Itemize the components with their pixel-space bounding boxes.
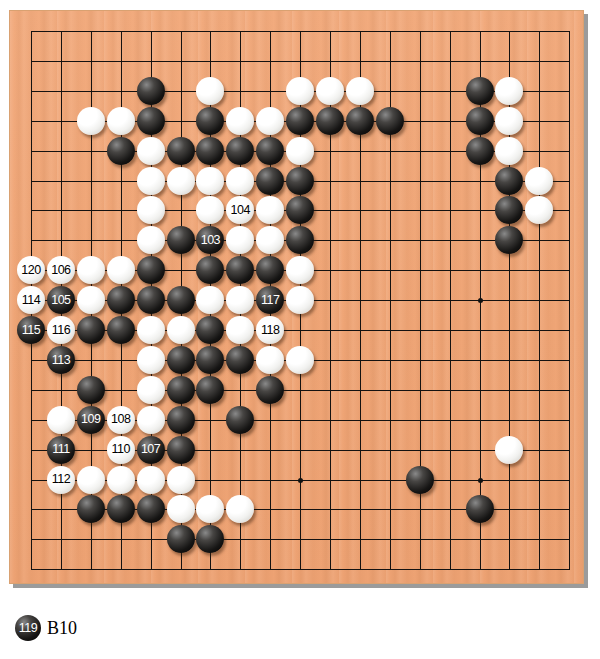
black-stone: 105 — [47, 286, 75, 314]
white-stone — [226, 495, 254, 523]
black-stone — [286, 196, 314, 224]
white-stone — [77, 107, 105, 135]
black-stone — [256, 256, 284, 284]
page: 1041031201061141051171151161181131091081… — [0, 0, 600, 659]
white-stone — [137, 466, 165, 494]
black-stone — [226, 137, 254, 165]
black-stone — [167, 525, 195, 553]
white-stone — [77, 256, 105, 284]
black-stone — [466, 77, 494, 105]
white-stone — [137, 316, 165, 344]
move-number: 105 — [51, 294, 70, 307]
white-stone — [137, 196, 165, 224]
black-stone — [226, 346, 254, 374]
white-stone — [256, 107, 284, 135]
white-stone — [226, 286, 254, 314]
black-stone — [77, 495, 105, 523]
grid-line-vertical — [569, 31, 570, 570]
white-stone — [167, 466, 195, 494]
white-stone — [196, 77, 224, 105]
white-stone — [77, 286, 105, 314]
hoshi-point — [478, 478, 483, 483]
white-stone — [226, 226, 254, 254]
white-stone — [107, 256, 135, 284]
black-stone — [167, 137, 195, 165]
grid-line-horizontal — [31, 539, 570, 540]
black-stone — [346, 107, 374, 135]
black-stone: 109 — [77, 406, 105, 434]
move-number: 117 — [261, 294, 279, 307]
white-stone — [137, 406, 165, 434]
go-board[interactable]: 1041031201061141051171151161181131091081… — [9, 10, 584, 584]
black-stone — [196, 316, 224, 344]
white-stone — [137, 376, 165, 404]
white-stone — [286, 286, 314, 314]
black-stone — [406, 466, 434, 494]
grid-line-vertical — [450, 31, 451, 570]
white-stone: 118 — [256, 316, 284, 344]
black-stone — [107, 137, 135, 165]
white-stone — [286, 256, 314, 284]
white-stone: 106 — [47, 256, 75, 284]
white-stone — [495, 77, 523, 105]
black-stone — [226, 256, 254, 284]
black-stone — [466, 137, 494, 165]
black-stone — [286, 226, 314, 254]
white-stone — [226, 167, 254, 195]
white-stone — [137, 226, 165, 254]
move-number: 103 — [201, 234, 220, 247]
black-stone — [196, 346, 224, 374]
white-stone — [196, 495, 224, 523]
white-stone — [286, 346, 314, 374]
black-stone — [137, 256, 165, 284]
black-stone — [226, 406, 254, 434]
black-stone — [167, 286, 195, 314]
white-stone — [525, 196, 553, 224]
white-stone — [107, 107, 135, 135]
grid-line-vertical — [539, 31, 540, 570]
move-number: 112 — [52, 473, 70, 486]
black-stone — [107, 316, 135, 344]
caption-location-label: B10 — [47, 618, 77, 639]
black-stone: 111 — [47, 436, 75, 464]
white-stone — [495, 436, 523, 464]
move-number: 108 — [111, 413, 130, 426]
black-stone — [256, 376, 284, 404]
white-stone — [256, 346, 284, 374]
white-stone — [495, 107, 523, 135]
white-stone: 108 — [107, 406, 135, 434]
grid-line-horizontal — [31, 390, 570, 391]
white-stone — [286, 77, 314, 105]
caption-move-stone: 119 — [15, 615, 41, 641]
move-number: 120 — [21, 264, 40, 277]
white-stone — [226, 107, 254, 135]
black-stone — [316, 107, 344, 135]
black-stone — [495, 167, 523, 195]
black-stone — [286, 107, 314, 135]
white-stone — [137, 137, 165, 165]
black-stone — [196, 107, 224, 135]
white-stone — [167, 316, 195, 344]
white-stone — [47, 406, 75, 434]
white-stone — [137, 346, 165, 374]
move-number: 114 — [22, 294, 40, 307]
black-stone — [495, 196, 523, 224]
grid-line-horizontal — [31, 569, 570, 570]
black-stone: 107 — [137, 436, 165, 464]
black-stone — [196, 525, 224, 553]
black-stone — [196, 376, 224, 404]
black-stone — [77, 316, 105, 344]
move-number: 116 — [52, 324, 70, 337]
black-stone — [196, 137, 224, 165]
white-stone — [167, 167, 195, 195]
black-stone — [466, 107, 494, 135]
black-stone — [167, 346, 195, 374]
white-stone: 104 — [226, 196, 254, 224]
black-stone — [167, 376, 195, 404]
white-stone: 112 — [47, 466, 75, 494]
white-stone — [256, 226, 284, 254]
move-number: 111 — [52, 443, 70, 456]
move-number: 104 — [231, 204, 250, 217]
caption-move-number: 119 — [19, 622, 37, 635]
move-number: 106 — [51, 264, 70, 277]
white-stone — [196, 167, 224, 195]
white-stone — [107, 466, 135, 494]
move-number: 115 — [22, 324, 40, 337]
white-stone: 116 — [47, 316, 75, 344]
black-stone — [107, 286, 135, 314]
white-stone — [525, 167, 553, 195]
black-stone — [196, 256, 224, 284]
black-stone — [137, 495, 165, 523]
black-stone — [167, 436, 195, 464]
black-stone: 117 — [256, 286, 284, 314]
black-stone — [495, 226, 523, 254]
black-stone — [466, 495, 494, 523]
move-number: 107 — [141, 443, 160, 456]
white-stone — [137, 167, 165, 195]
black-stone — [167, 226, 195, 254]
white-stone — [346, 77, 374, 105]
white-stone — [256, 196, 284, 224]
caption: 119 B10 — [15, 615, 77, 641]
white-stone — [196, 286, 224, 314]
white-stone — [316, 77, 344, 105]
black-stone — [137, 286, 165, 314]
white-stone: 114 — [17, 286, 45, 314]
black-stone — [286, 167, 314, 195]
white-stone: 110 — [107, 436, 135, 464]
move-number: 118 — [261, 324, 279, 337]
white-stone — [226, 316, 254, 344]
black-stone — [137, 107, 165, 135]
white-stone — [495, 137, 523, 165]
black-stone: 103 — [196, 226, 224, 254]
hoshi-point — [298, 478, 303, 483]
white-stone: 120 — [17, 256, 45, 284]
move-number: 109 — [81, 413, 100, 426]
move-number: 113 — [52, 354, 70, 367]
black-stone — [167, 406, 195, 434]
white-stone — [77, 466, 105, 494]
black-stone: 115 — [17, 316, 45, 344]
move-number: 110 — [111, 443, 129, 456]
white-stone — [286, 137, 314, 165]
black-stone — [256, 137, 284, 165]
black-stone — [256, 167, 284, 195]
black-stone — [77, 376, 105, 404]
black-stone — [376, 107, 404, 135]
black-stone: 113 — [47, 346, 75, 374]
white-stone — [167, 495, 195, 523]
white-stone — [196, 196, 224, 224]
black-stone — [107, 495, 135, 523]
hoshi-point — [478, 298, 483, 303]
black-stone — [137, 77, 165, 105]
